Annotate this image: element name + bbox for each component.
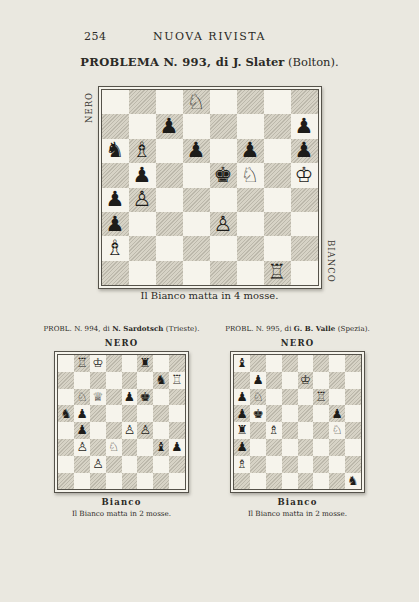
nero-side-label: NERO [84,92,94,123]
problem-995-bianco-label: Bianco [277,497,317,507]
problem-993-title-prefix: PROBLEMA N. 993, di [80,55,233,69]
square-c4: ♗ [266,422,282,439]
square-f4 [313,422,329,439]
square-e8 [210,90,237,114]
square-g8 [329,355,345,372]
piece-white-rook: ♖ [268,262,287,283]
square-h1 [291,261,318,285]
square-b7: ♟ [250,372,266,389]
square-g4 [264,188,291,212]
journal-title: NUOVA RIVISTA [0,30,419,43]
square-b5: ♚ [250,405,266,422]
square-c2: ♙ [90,456,106,473]
piece-white-rook: ♖ [171,374,182,387]
piece-black-pawn: ♟ [133,165,152,186]
square-h7: ♟ [291,114,318,138]
square-h1: ♞ [345,473,361,490]
square-b8: ♖ [74,355,90,372]
square-c1 [90,473,106,490]
problem-995-place: (Spezia). [335,325,369,333]
square-g7 [329,372,345,389]
chessboard-problem-994: ♖♔♜♞♖♘♕♟♚♞♟♟♙♙♙♘♝♟♙ [54,351,188,493]
square-h2 [291,236,318,260]
problem-995-nero-label: NERO [281,338,315,348]
square-f6: ♖ [313,389,329,406]
square-f3 [137,439,153,456]
square-f2 [313,456,329,473]
problem-994-title: PROBL. N. 994, di N. Sardotsch (Trieste)… [43,324,199,333]
square-e7 [122,372,138,389]
square-d1 [183,261,210,285]
chessboard-grid-993: ♘♟♟♞♗♟♟♟♟♚♘♔♟♙♟♙♗♖ [101,89,319,286]
chessboard-grid-994: ♖♔♜♞♖♘♕♟♚♞♟♟♙♙♙♘♝♟♙ [57,354,185,490]
square-c3 [156,212,183,236]
square-g7 [264,114,291,138]
square-b4: ♟ [74,422,90,439]
square-e7: ♔ [298,372,314,389]
piece-white-bishop: ♗ [106,238,125,259]
square-d6: ♟ [183,139,210,163]
piece-white-queen: ♕ [92,391,103,404]
piece-white-knight: ♘ [252,391,263,404]
square-a3: ♟ [234,439,250,456]
square-d5 [183,163,210,187]
square-b2 [74,456,90,473]
square-e2 [210,236,237,260]
piece-black-knight: ♞ [61,408,72,421]
square-h4 [345,422,361,439]
square-g3: ♝ [153,439,169,456]
square-b1 [129,261,156,285]
square-c5 [90,405,106,422]
square-c7: ♟ [156,114,183,138]
piece-white-knight: ♘ [108,441,119,454]
piece-black-pawn: ♟ [237,441,248,454]
piece-white-bishop: ♗ [133,140,152,161]
square-d8 [106,355,122,372]
square-a5: ♟ [234,405,250,422]
square-b2 [250,456,266,473]
problem-995-column: PROBL. N. 995, di G. B. Valle (Spezia). … [217,324,379,518]
piece-white-rook: ♖ [316,391,327,404]
square-b1 [250,473,266,490]
square-d5 [106,405,122,422]
piece-white-king: ♔ [92,357,103,370]
square-h8 [345,355,361,372]
square-f5: ♘ [237,163,264,187]
piece-white-bishop: ♗ [237,458,248,471]
square-d6 [282,389,298,406]
square-e6 [298,389,314,406]
square-h8 [169,355,185,372]
square-h7: ♖ [169,372,185,389]
square-d7 [183,114,210,138]
square-h4 [169,422,185,439]
square-c2 [266,456,282,473]
square-f2 [237,236,264,260]
square-f6: ♚ [137,389,153,406]
square-f3 [313,439,329,456]
square-b4: ♙ [129,188,156,212]
piece-black-pawn: ♟ [252,374,263,387]
problem-993-caption: Il Bianco matta in 4 mosse. [0,290,419,301]
problem-995-author: G. B. Valle [294,324,336,333]
square-e3: ♙ [210,212,237,236]
square-g5: ♟ [329,405,345,422]
piece-black-bishop: ♝ [237,357,248,370]
square-a1 [102,261,129,285]
square-a6: ♟ [234,389,250,406]
problem-995-title: PROBL. N. 995, di G. B. Valle (Spezia). [225,324,370,333]
square-f6: ♟ [237,139,264,163]
square-g5 [153,405,169,422]
square-e6 [210,139,237,163]
square-g6 [153,389,169,406]
square-f4: ♙ [137,422,153,439]
square-g8 [264,90,291,114]
square-h5 [345,405,361,422]
square-h3: ♟ [169,439,185,456]
square-a8: ♝ [234,355,250,372]
square-d6 [106,389,122,406]
square-a3: ♟ [102,212,129,236]
square-g4 [153,422,169,439]
piece-black-king: ♚ [140,391,151,404]
square-e5: ♚ [210,163,237,187]
piece-black-pawn: ♟ [106,214,125,235]
square-h1 [169,473,185,490]
bianco-side-label: BIANCO [326,240,336,283]
problem-994-nero-label: NERO [105,338,139,348]
piece-black-pawn: ♟ [160,116,179,137]
square-f1 [237,261,264,285]
square-c5 [266,405,282,422]
square-h2 [345,456,361,473]
square-c4 [90,422,106,439]
problem-994-column: PROBL. N. 994, di N. Sardotsch (Trieste)… [41,324,203,518]
square-b5: ♟ [74,405,90,422]
piece-black-pawn: ♟ [237,408,248,421]
piece-white-pawn: ♙ [140,424,151,437]
square-e2 [122,456,138,473]
square-g6 [264,139,291,163]
square-d3 [183,212,210,236]
square-a7 [234,372,250,389]
chessboard-problem-993: ♘♟♟♞♗♟♟♟♟♚♘♔♟♙♟♙♗♖ [98,86,322,289]
square-e8 [298,355,314,372]
square-c5 [156,163,183,187]
piece-black-knight: ♞ [106,140,125,161]
piece-white-king: ♔ [295,165,314,186]
square-b6: ♗ [129,139,156,163]
square-a5: ♞ [58,405,74,422]
square-e6: ♟ [122,389,138,406]
square-b7 [129,114,156,138]
square-b8 [250,355,266,372]
square-d7 [282,372,298,389]
problem-995-caption: Il Bianco matta in 2 mosse. [248,509,347,518]
piece-black-rook: ♜ [237,424,248,437]
problem-994-author: N. Sardotsch [112,324,163,333]
square-d8: ♘ [183,90,210,114]
square-b6: ♘ [250,389,266,406]
square-d5 [282,405,298,422]
square-h3 [345,439,361,456]
square-b8 [129,90,156,114]
square-c7 [266,372,282,389]
piece-black-knight: ♞ [155,374,166,387]
square-g6 [329,389,345,406]
piece-black-pawn: ♟ [241,140,260,161]
square-f8: ♜ [137,355,153,372]
square-c6: ♕ [90,389,106,406]
square-f1 [313,473,329,490]
piece-black-knight: ♞ [347,475,358,488]
chessboard-grid-995: ♝♟♔♟♘♖♟♚♟♜♗♘♟♗♞ [233,354,361,490]
square-a3 [58,439,74,456]
square-g7: ♞ [153,372,169,389]
piece-white-pawn: ♙ [76,441,87,454]
square-e7 [210,114,237,138]
piece-white-king: ♔ [300,374,311,387]
square-d3 [282,439,298,456]
square-a5 [102,163,129,187]
square-g3 [264,212,291,236]
piece-black-king: ♚ [252,408,263,421]
square-f5 [137,405,153,422]
problem-994-place: (Trieste). [164,325,200,333]
square-a6: ♞ [102,139,129,163]
square-h8 [291,90,318,114]
problem-994-title-prefix: PROBL. N. 994, di [43,325,112,333]
square-a1 [234,473,250,490]
square-b3 [129,212,156,236]
square-f4 [237,188,264,212]
square-f2 [137,456,153,473]
problem-995-title-prefix: PROBL. N. 995, di [225,325,294,333]
square-d4 [282,422,298,439]
square-h6 [169,389,185,406]
square-e5 [122,405,138,422]
square-d2 [183,236,210,260]
problem-993-title: PROBLEMA N. 993, di J. Slater (Bolton). [0,55,419,69]
piece-black-pawn: ♟ [295,116,314,137]
piece-white-bishop: ♗ [268,424,279,437]
square-a7 [58,372,74,389]
square-d3: ♘ [106,439,122,456]
square-b3: ♙ [74,439,90,456]
piece-white-knight: ♘ [241,165,260,186]
square-d2 [106,456,122,473]
square-e3 [122,439,138,456]
piece-black-pawn: ♟ [124,391,135,404]
square-g1 [153,473,169,490]
square-d8 [282,355,298,372]
square-d4 [183,188,210,212]
square-c3 [90,439,106,456]
square-h5: ♔ [291,163,318,187]
piece-white-knight: ♘ [76,391,87,404]
magazine-page: 254 NUOVA RIVISTA PROBLEMA N. 993, di J.… [0,0,419,602]
square-g3 [329,439,345,456]
piece-black-pawn: ♟ [106,189,125,210]
square-a7 [102,114,129,138]
square-c2 [156,236,183,260]
piece-white-pawn: ♙ [133,189,152,210]
square-c8: ♔ [90,355,106,372]
square-c6 [156,139,183,163]
problem-993-place: (Bolton). [284,55,338,69]
square-b6: ♘ [74,389,90,406]
square-g2 [264,236,291,260]
square-g2 [329,456,345,473]
square-c1 [266,473,282,490]
square-c1 [156,261,183,285]
sub-problems-row: PROBL. N. 994, di N. Sardotsch (Trieste)… [0,324,419,518]
piece-black-pawn: ♟ [171,441,182,454]
piece-black-rook: ♜ [140,357,151,370]
square-g1: ♖ [264,261,291,285]
square-f1 [137,473,153,490]
chessboard-problem-995: ♝♟♔♟♘♖♟♚♟♜♗♘♟♗♞ [230,351,364,493]
square-b4 [250,422,266,439]
square-d7 [106,372,122,389]
piece-white-pawn: ♙ [92,458,103,471]
square-f8 [237,90,264,114]
square-b7 [74,372,90,389]
square-d1 [282,473,298,490]
square-f7 [137,372,153,389]
square-f7 [313,372,329,389]
piece-black-pawn: ♟ [76,424,87,437]
square-h3 [291,212,318,236]
square-a1 [58,473,74,490]
square-a8 [102,90,129,114]
square-c7 [90,372,106,389]
square-h4 [291,188,318,212]
square-a4: ♟ [102,188,129,212]
square-c6 [266,389,282,406]
square-e3 [298,439,314,456]
square-e5 [298,405,314,422]
problem-993-author: J. Slater [233,55,284,69]
piece-white-pawn: ♙ [214,214,233,235]
square-e2 [298,456,314,473]
square-h7 [345,372,361,389]
square-f3 [237,212,264,236]
square-e4 [298,422,314,439]
square-f5 [313,405,329,422]
square-b3 [250,439,266,456]
square-c4 [156,188,183,212]
square-e4: ♙ [122,422,138,439]
square-g4: ♘ [329,422,345,439]
square-g1 [329,473,345,490]
piece-black-pawn: ♟ [331,408,342,421]
piece-black-pawn: ♟ [76,408,87,421]
square-e1 [122,473,138,490]
piece-white-knight: ♘ [187,92,206,113]
square-c8 [266,355,282,372]
square-a8 [58,355,74,372]
square-g8 [153,355,169,372]
piece-white-pawn: ♙ [124,424,135,437]
square-g5 [264,163,291,187]
square-a2: ♗ [102,236,129,260]
problem-994-bianco-label: Bianco [101,497,141,507]
problem-994-caption: Il Bianco matta in 2 mosse. [72,509,171,518]
square-h2 [169,456,185,473]
piece-black-pawn: ♟ [187,140,206,161]
square-g2 [153,456,169,473]
square-a2: ♗ [234,456,250,473]
square-e8 [122,355,138,372]
square-c8 [156,90,183,114]
piece-black-pawn: ♟ [295,140,314,161]
square-d4 [106,422,122,439]
square-b2 [129,236,156,260]
square-f7 [237,114,264,138]
square-e1 [210,261,237,285]
piece-white-knight: ♘ [331,424,342,437]
piece-black-king: ♚ [214,165,233,186]
square-c3 [266,439,282,456]
square-a6 [58,389,74,406]
square-e4 [210,188,237,212]
square-e1 [298,473,314,490]
square-h6 [345,389,361,406]
square-d2 [282,456,298,473]
square-a4 [58,422,74,439]
square-b5: ♟ [129,163,156,187]
square-b1 [74,473,90,490]
piece-black-bishop: ♝ [155,441,166,454]
piece-black-pawn: ♟ [237,391,248,404]
square-h5 [169,405,185,422]
square-f8 [313,355,329,372]
square-h6: ♟ [291,139,318,163]
square-a4: ♜ [234,422,250,439]
square-d1 [106,473,122,490]
piece-white-rook: ♖ [76,357,87,370]
square-a2 [58,456,74,473]
